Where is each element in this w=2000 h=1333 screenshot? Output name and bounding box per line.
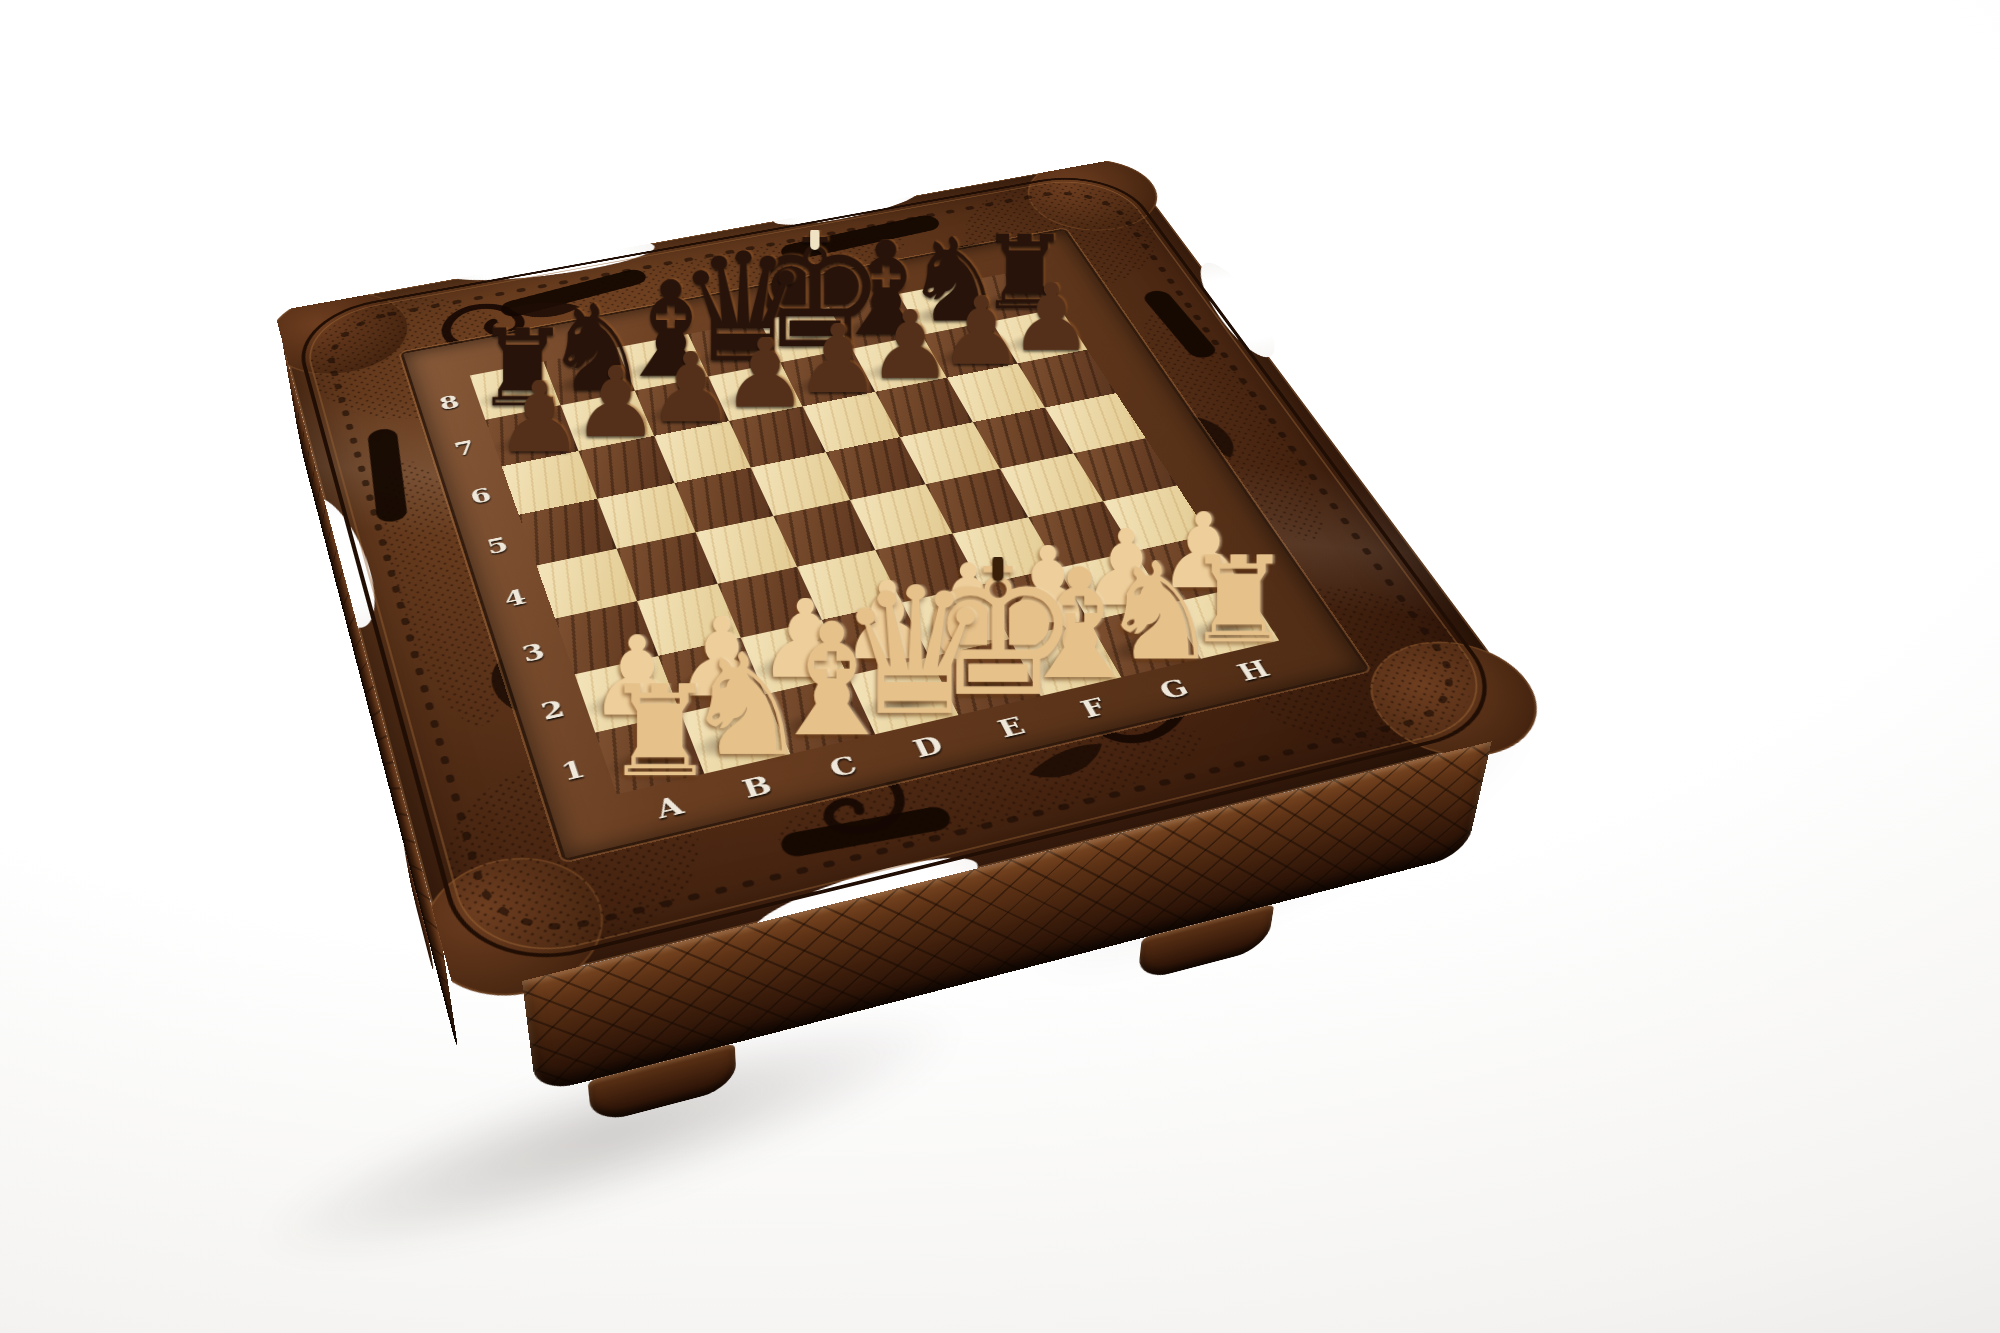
chess-board-box: 87654321 ABCDEFGH ♜♞♝♛♚♝♞♜♟♟♟♟♟♟♟♟♟♟♟♟♟♟… xyxy=(274,158,1545,997)
king-finial xyxy=(993,555,1004,581)
piece-white-rook[interactable]: ♜ xyxy=(603,682,716,781)
scene: 87654321 ABCDEFGH ♜♞♝♛♚♝♞♜♟♟♟♟♟♟♟♟♟♟♟♟♟♟… xyxy=(0,0,2000,1333)
box-foot xyxy=(1137,904,1275,982)
